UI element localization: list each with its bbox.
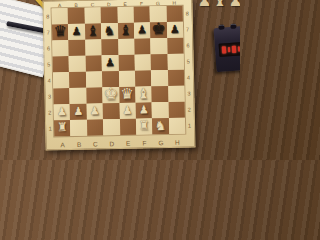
square-c5	[85, 55, 102, 71]
square-d8	[101, 7, 118, 23]
square-f1: ♜	[136, 118, 153, 134]
square-b5	[69, 56, 86, 72]
square-b3	[70, 88, 87, 104]
square-g4	[151, 70, 168, 86]
square-c2: ♟	[86, 103, 103, 119]
square-c1	[87, 119, 104, 135]
square-f2: ♟	[135, 102, 152, 118]
square-d1	[103, 119, 120, 135]
chess-board: ABCDEFGH ABCDEFGH 87654321 87654321 ♛♟♝♞…	[42, 0, 195, 151]
square-c6	[85, 39, 102, 55]
rank-label-right-6: 6	[183, 37, 192, 53]
square-g5	[151, 54, 168, 70]
square-h4	[168, 70, 185, 86]
square-a5	[53, 56, 70, 72]
white-king-d3: ♚	[103, 86, 118, 102]
square-f4	[135, 70, 152, 86]
square-f5	[134, 54, 151, 70]
square-h2	[168, 102, 185, 118]
white-rook-f1: ♜	[139, 119, 150, 131]
clock-button-right	[230, 24, 236, 29]
square-a3	[53, 88, 70, 104]
board-grid: ♛♟♝♞♝♟♚♟♟♚♛♝♟♟♟♟♟♜♜♞	[52, 6, 186, 137]
square-a1: ♜	[54, 120, 71, 136]
clock-digit-segment	[232, 46, 236, 53]
square-e8	[117, 7, 134, 23]
square-b6	[69, 40, 86, 56]
square-f7: ♟	[134, 22, 151, 38]
square-d5: ♟	[102, 55, 119, 71]
black-knight-d7: ♞	[103, 24, 115, 37]
clock-button-left	[218, 24, 224, 29]
square-h3	[168, 86, 185, 102]
square-c8	[84, 7, 101, 23]
square-h7: ♟	[167, 22, 184, 38]
rank-label-right-7: 7	[183, 21, 192, 37]
chess-clock	[214, 26, 240, 72]
clock-digit-segment	[238, 46, 240, 51]
rank-label-right-8: 8	[183, 5, 192, 21]
square-b1	[70, 120, 87, 136]
white-pawn-c2: ♟	[90, 105, 100, 116]
file-label-bottom-d: D	[103, 138, 120, 148]
square-g7: ♚	[150, 22, 167, 38]
square-h8	[166, 6, 183, 22]
square-e1	[119, 119, 136, 135]
black-bishop-e7: ♝	[119, 23, 132, 37]
white-pawn-f2: ♟	[139, 104, 149, 115]
square-h1	[169, 118, 186, 134]
white-pawn-b2: ♟	[73, 105, 83, 116]
file-label-bottom-c: C	[87, 138, 104, 148]
square-h5	[167, 54, 184, 70]
square-e7: ♝	[117, 23, 134, 39]
square-g3	[152, 86, 169, 102]
square-d6	[101, 39, 118, 55]
square-g6	[151, 38, 168, 54]
rank-label-right-1: 1	[185, 117, 194, 133]
square-h6	[167, 38, 184, 54]
black-pawn-h7: ♟	[170, 23, 180, 34]
rank-label-right-4: 4	[184, 69, 193, 85]
square-d7: ♞	[101, 23, 118, 39]
square-f3: ♝	[135, 86, 152, 102]
black-queen-a7: ♛	[53, 24, 67, 39]
captured-white-bishop: ♝	[213, 0, 226, 9]
file-label-bottom-h: H	[169, 137, 186, 147]
clock-digit-segment	[228, 47, 230, 52]
square-g1: ♞	[152, 118, 169, 134]
black-pawn-b7: ♟	[72, 25, 82, 36]
white-pawn-a2: ♟	[57, 106, 67, 117]
file-label-bottom-e: E	[120, 138, 137, 148]
black-bishop-c7: ♝	[87, 23, 100, 37]
square-e3: ♛	[119, 87, 136, 103]
file-label-bottom-g: G	[153, 137, 170, 147]
file-label-bottom-f: F	[136, 137, 153, 147]
white-bishop-f3: ♝	[137, 86, 150, 100]
square-e2: ♟	[119, 103, 136, 119]
square-e6	[118, 39, 135, 55]
square-e5	[118, 55, 135, 71]
square-a6	[52, 40, 69, 56]
rank-label-right-5: 5	[184, 53, 193, 69]
file-label-bottom-b: B	[71, 139, 88, 149]
square-d3: ♚	[102, 87, 119, 103]
clock-display	[219, 42, 240, 57]
white-knight-g1: ♞	[155, 119, 167, 132]
square-a7: ♛	[52, 24, 69, 40]
clock-digit-segment	[222, 46, 226, 53]
file-labels-bottom: ABCDEFGH	[54, 134, 185, 150]
captured-white-pawn: ♟	[198, 0, 211, 9]
square-b8	[68, 8, 85, 24]
square-b4	[69, 72, 86, 88]
square-d2	[103, 103, 120, 119]
rank-label-right-3: 3	[184, 85, 193, 101]
black-pawn-f7: ♟	[137, 24, 147, 35]
square-f6	[134, 38, 151, 54]
file-label-bottom-a: A	[54, 139, 71, 149]
square-c4	[86, 71, 103, 87]
captured-pieces-tray: ♟♝♟	[198, 0, 240, 16]
square-b7: ♟	[68, 24, 85, 40]
square-a2: ♟	[54, 104, 71, 120]
white-pawn-e2: ♟	[122, 104, 132, 115]
black-pawn-d5: ♟	[105, 57, 115, 68]
square-b2: ♟	[70, 104, 87, 120]
white-rook-a1: ♜	[57, 121, 68, 133]
square-g2	[152, 102, 169, 118]
black-king-g7: ♚	[151, 21, 166, 37]
square-a4	[53, 72, 70, 88]
rank-label-right-2: 2	[185, 101, 194, 117]
square-c7: ♝	[85, 23, 102, 39]
white-queen-e3: ♛	[120, 86, 134, 101]
captured-white-pawn: ♟	[229, 0, 240, 9]
square-c3	[86, 87, 103, 103]
square-f8	[133, 6, 150, 22]
